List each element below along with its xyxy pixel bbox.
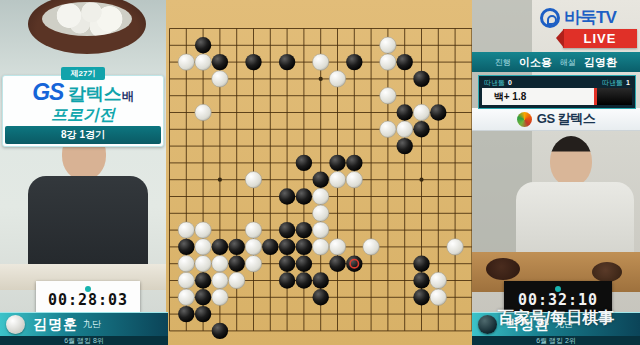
black-stone <box>413 272 429 288</box>
white-stone <box>313 54 329 70</box>
baduk-tv-circle-icon <box>540 8 560 28</box>
black-stone <box>397 138 413 154</box>
black-stone <box>296 256 312 272</box>
white-stone <box>380 54 396 70</box>
white-stone <box>212 256 228 272</box>
black-stone <box>430 104 446 120</box>
tournament-title-card: GS 칼텍스배 프로기전 8강 1경기 <box>2 75 164 147</box>
black-stone <box>279 239 295 255</box>
white-winrate-segment <box>538 88 594 105</box>
black-stone <box>329 256 345 272</box>
black-stone <box>397 54 413 70</box>
captures-white-value: 0 <box>508 79 512 86</box>
captures-black-label: 따낸돌 <box>602 79 623 86</box>
ai-eval-panel: 따낸돌0 따낸돌1 백+ 1.8 <box>478 75 636 109</box>
captures-white-label: 따낸돌 <box>484 79 505 86</box>
black-stone <box>262 239 278 255</box>
black-stone <box>178 239 194 255</box>
white-stone <box>313 239 329 255</box>
baduk-tv-logo: 바둑TV <box>540 6 616 29</box>
white-stone <box>313 205 329 221</box>
left-ranking-note: 6월 랭킹 8위 <box>0 336 168 345</box>
right-ranking-note: 6월 랭킹 2위 <box>472 336 640 345</box>
title-bae: 배 <box>122 89 134 103</box>
white-stone <box>329 239 345 255</box>
go-bowl-icon <box>486 258 520 280</box>
white-stone <box>178 222 194 238</box>
white-stone <box>313 222 329 238</box>
sponsor-text: GS 칼텍스 <box>537 110 595 128</box>
white-stone <box>413 104 429 120</box>
black-stone <box>195 272 211 288</box>
black-stone <box>413 256 429 272</box>
white-stone <box>380 88 396 104</box>
black-stone <box>313 272 329 288</box>
black-stone <box>296 188 312 204</box>
black-stone <box>329 155 345 171</box>
left-clock-time: 00:28:03 <box>48 293 128 308</box>
white-stone <box>195 54 211 70</box>
black-stone <box>195 37 211 53</box>
captures-black-value: 1 <box>626 79 630 86</box>
black-stone <box>212 323 228 339</box>
white-stone <box>363 239 379 255</box>
broadcast-frame: goal Energy 제27기 GS 칼텍스배 프로기전 8강 1경기 바둑T… <box>0 0 640 345</box>
white-stone <box>447 239 463 255</box>
white-stones-in-bowl <box>42 2 132 36</box>
white-stone <box>245 222 261 238</box>
black-stone <box>279 54 295 70</box>
left-player-clock: 00:28:03 <box>36 281 140 312</box>
captures-white: 따낸돌0 <box>484 77 512 88</box>
winrate-bar: 백+ 1.8 <box>482 88 632 105</box>
black-stone <box>296 272 312 288</box>
black-stone <box>313 289 329 305</box>
stone-bowl-video <box>28 0 146 54</box>
white-stone <box>195 104 211 120</box>
right-player-head <box>550 136 592 186</box>
black-stone <box>212 54 228 70</box>
white-stone <box>178 256 194 272</box>
white-stone <box>313 188 329 204</box>
tournament-title: GS 칼텍스배 <box>5 82 161 106</box>
left-player-rank: 九단 <box>83 318 101 331</box>
white-stone <box>229 272 245 288</box>
captures-row: 따낸돌0 따낸돌1 <box>482 77 632 88</box>
black-stone <box>195 306 211 322</box>
edition-badge: 제27기 <box>61 67 106 80</box>
commentator-name: 김영환 <box>584 55 617 70</box>
white-stone <box>178 289 194 305</box>
black-stone <box>212 239 228 255</box>
white-stone <box>212 289 228 305</box>
white-stone <box>430 272 446 288</box>
black-winrate-segment <box>597 88 632 105</box>
black-stone <box>195 289 211 305</box>
white-stone <box>329 71 345 87</box>
black-stone <box>413 121 429 137</box>
left-nameplate: 김명훈 九단 <box>0 312 168 336</box>
white-stone <box>346 172 362 188</box>
score-label: 백+ 1.8 <box>482 88 538 105</box>
black-stone <box>346 155 362 171</box>
white-stone <box>178 272 194 288</box>
black-stone <box>229 256 245 272</box>
white-stone <box>195 239 211 255</box>
black-stone <box>229 239 245 255</box>
black-stone <box>413 289 429 305</box>
live-badge: LIVE <box>563 29 637 48</box>
white-stone <box>380 37 396 53</box>
captures-black: 따낸돌1 <box>602 77 630 88</box>
white-stone <box>212 71 228 87</box>
white-stone <box>245 239 261 255</box>
black-stone <box>413 71 429 87</box>
white-stone <box>380 121 396 137</box>
black-stone <box>313 172 329 188</box>
black-stone <box>245 54 261 70</box>
white-stone <box>195 256 211 272</box>
gs-caltex-logo-icon <box>517 112 532 127</box>
black-stone <box>279 188 295 204</box>
black-stone <box>296 239 312 255</box>
right-clock-time: 00:32:10 <box>518 293 598 308</box>
white-stone <box>245 256 261 272</box>
stage-label: 8강 1경기 <box>5 126 161 144</box>
left-player-name: 김명훈 <box>33 316 78 334</box>
white-stone <box>397 121 413 137</box>
black-stone <box>296 222 312 238</box>
black-stone <box>279 256 295 272</box>
black-stone <box>346 256 362 272</box>
go-bowl-icon <box>592 262 622 282</box>
white-stone <box>195 222 211 238</box>
black-stone <box>279 222 295 238</box>
black-stone <box>296 155 312 171</box>
staff-bar: 진행 이소용 해설 김영환 <box>472 52 640 72</box>
tournament-subtitle: 프로기전 <box>5 106 161 123</box>
tournament-card: 제27기 GS 칼텍스배 프로기전 8강 1경기 <box>2 57 164 147</box>
white-stone <box>178 54 194 70</box>
title-gs: GS <box>32 79 63 105</box>
black-stone <box>397 104 413 120</box>
host-label: 진행 <box>495 57 511 68</box>
white-stone <box>245 172 261 188</box>
white-stone <box>212 272 228 288</box>
white-stone-icon <box>6 315 25 334</box>
black-stone <box>178 306 194 322</box>
title-caltex: 칼텍스 <box>68 84 122 104</box>
baduk-tv-wordmark: 바둑TV <box>564 6 616 29</box>
white-stone <box>329 172 345 188</box>
go-board <box>166 0 472 345</box>
sponsor-bar: GS 칼텍스 <box>472 108 640 131</box>
winrate-bar-track <box>538 88 632 105</box>
black-stone <box>279 272 295 288</box>
watermark-text: 百家号/每日棋事 <box>468 308 640 329</box>
host-name: 이소용 <box>519 55 552 70</box>
live-label: LIVE <box>584 31 617 46</box>
black-stone <box>346 54 362 70</box>
white-stone <box>430 289 446 305</box>
live-play-icon <box>556 29 564 48</box>
commentator-label: 해설 <box>560 57 576 68</box>
